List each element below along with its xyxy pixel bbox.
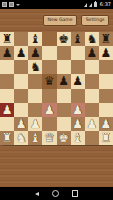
notification-icon-2 bbox=[9, 2, 14, 8]
square-d5[interactable]: ♛ bbox=[42, 74, 56, 88]
white-pawn-piece: ♟ bbox=[101, 117, 112, 129]
square-g5[interactable] bbox=[85, 74, 99, 88]
recents-icon[interactable] bbox=[72, 190, 79, 197]
white-pawn-piece: ♟ bbox=[2, 103, 13, 115]
square-h3[interactable] bbox=[99, 103, 113, 117]
black-king-piece: ♚ bbox=[58, 33, 69, 45]
android-nav-bar bbox=[0, 187, 113, 200]
black-pawn-piece: ♟ bbox=[72, 75, 83, 87]
square-e6[interactable] bbox=[57, 60, 71, 74]
white-rook-piece: ♜ bbox=[101, 131, 112, 143]
square-g3[interactable] bbox=[85, 103, 99, 117]
square-b3[interactable] bbox=[14, 103, 28, 117]
square-g4[interactable] bbox=[85, 89, 99, 103]
black-pawn-piece: ♟ bbox=[2, 47, 13, 59]
white-pawn-piece: ♟ bbox=[86, 117, 97, 129]
black-rook-piece: ♜ bbox=[2, 33, 13, 45]
square-a3[interactable]: ♟ bbox=[0, 103, 14, 117]
square-g6[interactable] bbox=[85, 60, 99, 74]
white-bishop-piece: ♝ bbox=[30, 131, 41, 143]
white-pawn-piece: ♟ bbox=[44, 103, 55, 115]
status-bar: 6:37 bbox=[0, 0, 113, 9]
square-e7[interactable] bbox=[57, 46, 71, 60]
black-queen-piece: ♛ bbox=[44, 75, 55, 87]
black-pawn-piece: ♟ bbox=[16, 47, 27, 59]
square-f4[interactable] bbox=[71, 89, 85, 103]
black-pawn-piece: ♟ bbox=[30, 47, 41, 59]
chess-board: ♜♝♚♝♞♜♟♟♟♟♟♞♛♟♟♟♟♟♟♟♟♟♟♜♞♝♛♚♝♜ bbox=[0, 32, 113, 145]
square-e3[interactable] bbox=[57, 103, 71, 117]
signal-icon bbox=[84, 3, 87, 7]
white-pawn-piece: ♟ bbox=[30, 117, 41, 129]
white-rook-piece: ♜ bbox=[2, 131, 13, 143]
black-bishop-piece: ♝ bbox=[72, 33, 83, 45]
square-c8[interactable]: ♝ bbox=[28, 32, 42, 46]
square-c3[interactable] bbox=[28, 103, 42, 117]
square-f3[interactable]: ♟ bbox=[71, 103, 85, 117]
square-f6[interactable] bbox=[71, 60, 85, 74]
square-e4[interactable] bbox=[57, 89, 71, 103]
square-h6[interactable] bbox=[99, 60, 113, 74]
square-d8[interactable] bbox=[42, 32, 56, 46]
black-knight-piece: ♞ bbox=[86, 33, 97, 45]
settings-button[interactable]: Settings bbox=[81, 15, 109, 27]
square-h5[interactable] bbox=[99, 74, 113, 88]
wood-background bbox=[0, 145, 113, 187]
back-icon[interactable] bbox=[35, 192, 39, 196]
square-c4[interactable] bbox=[28, 89, 42, 103]
status-bar-notifications bbox=[2, 2, 20, 8]
square-b7[interactable]: ♟ bbox=[14, 46, 28, 60]
battery-icon bbox=[94, 2, 97, 7]
square-f8[interactable]: ♝ bbox=[71, 32, 85, 46]
square-a2[interactable] bbox=[0, 117, 14, 131]
square-e1[interactable]: ♚ bbox=[57, 131, 71, 145]
square-c6[interactable]: ♞ bbox=[28, 60, 42, 74]
square-g1[interactable] bbox=[85, 131, 99, 145]
square-b6[interactable] bbox=[14, 60, 28, 74]
square-b5[interactable] bbox=[14, 74, 28, 88]
square-a5[interactable] bbox=[0, 74, 14, 88]
square-f1[interactable]: ♝ bbox=[71, 131, 85, 145]
black-bishop-piece: ♝ bbox=[30, 33, 41, 45]
square-a6[interactable] bbox=[0, 60, 14, 74]
black-pawn-piece: ♟ bbox=[86, 47, 97, 59]
white-pawn-piece: ♟ bbox=[16, 117, 27, 129]
white-knight-piece: ♞ bbox=[16, 131, 27, 143]
home-icon[interactable] bbox=[52, 190, 59, 197]
square-f5[interactable]: ♟ bbox=[71, 74, 85, 88]
square-g8[interactable]: ♞ bbox=[85, 32, 99, 46]
square-d1[interactable]: ♛ bbox=[42, 131, 56, 145]
new-game-button[interactable]: New Game bbox=[43, 15, 77, 27]
white-pawn-piece: ♟ bbox=[72, 117, 83, 129]
square-e8[interactable]: ♚ bbox=[57, 32, 71, 46]
clock-text: 6:37 bbox=[100, 2, 111, 7]
square-h2[interactable]: ♟ bbox=[99, 117, 113, 131]
black-pawn-piece: ♟ bbox=[58, 75, 69, 87]
square-d7[interactable] bbox=[42, 46, 56, 60]
white-pawn-piece: ♟ bbox=[72, 103, 83, 115]
square-h1[interactable]: ♜ bbox=[99, 131, 113, 145]
square-g7[interactable]: ♟ bbox=[85, 46, 99, 60]
square-b2[interactable]: ♟ bbox=[14, 117, 28, 131]
square-c7[interactable]: ♟ bbox=[28, 46, 42, 60]
dropdown-icon bbox=[16, 4, 20, 6]
toolbar: New Game Settings bbox=[0, 9, 113, 32]
square-h7[interactable]: ♟ bbox=[99, 46, 113, 60]
square-g2[interactable]: ♟ bbox=[85, 117, 99, 131]
square-e5[interactable]: ♟ bbox=[57, 74, 71, 88]
white-king-piece: ♚ bbox=[58, 131, 69, 143]
square-c5[interactable] bbox=[28, 74, 42, 88]
square-d4[interactable] bbox=[42, 89, 56, 103]
square-h4[interactable] bbox=[99, 89, 113, 103]
square-a1[interactable]: ♜ bbox=[0, 131, 14, 145]
square-d2[interactable] bbox=[42, 117, 56, 131]
white-queen-piece: ♛ bbox=[44, 131, 55, 143]
square-d3[interactable]: ♟ bbox=[42, 103, 56, 117]
square-f2[interactable]: ♟ bbox=[71, 117, 85, 131]
square-a7[interactable]: ♟ bbox=[0, 46, 14, 60]
chess-app-screen: 6:37 New Game Settings ♜♝♚♝♞♜♟♟♟♟♟♞♛♟♟♟♟… bbox=[0, 0, 113, 200]
square-b1[interactable]: ♞ bbox=[14, 131, 28, 145]
square-e2[interactable] bbox=[57, 117, 71, 131]
black-knight-piece: ♞ bbox=[30, 61, 41, 73]
square-h8[interactable]: ♜ bbox=[99, 32, 113, 46]
square-f7[interactable] bbox=[71, 46, 85, 60]
network-icon bbox=[89, 3, 92, 7]
black-pawn-piece: ♟ bbox=[101, 47, 112, 59]
white-bishop-piece: ♝ bbox=[72, 131, 83, 143]
square-a8[interactable]: ♜ bbox=[0, 32, 14, 46]
square-c2[interactable]: ♟ bbox=[28, 117, 42, 131]
square-b4[interactable] bbox=[14, 89, 28, 103]
black-rook-piece: ♜ bbox=[101, 33, 112, 45]
square-c1[interactable]: ♝ bbox=[28, 131, 42, 145]
square-b8[interactable] bbox=[14, 32, 28, 46]
status-bar-system: 6:37 bbox=[84, 2, 111, 7]
square-d6[interactable] bbox=[42, 60, 56, 74]
notification-icon-1 bbox=[2, 2, 7, 8]
square-a4[interactable] bbox=[0, 89, 14, 103]
